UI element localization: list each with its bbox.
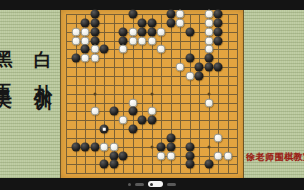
go-board [60,10,244,178]
white-stone [81,36,90,45]
video-frame: 黑 王星昊 白 朴永训 徐老师围棋教室 [0,0,304,190]
black-stone [128,10,137,19]
black-stone [128,107,137,116]
black-stone [71,142,80,151]
white-stone [81,27,90,36]
black-stone [119,36,128,45]
black-stone [109,160,118,169]
black-stone [100,160,109,169]
black-stone [128,125,137,134]
white-stone [157,45,166,54]
black-stone [195,71,204,80]
black-stone [166,133,175,142]
lesson-content: 黑 王星昊 白 朴永训 徐老师围棋教室 [0,10,304,178]
white-stone [128,98,137,107]
white-stone [119,45,128,54]
white-stone [176,10,185,19]
black-stone [195,63,204,72]
black-stone [214,63,223,72]
star-point [207,92,210,95]
black-stone [100,125,109,134]
black-stone [147,27,156,36]
progress-pill[interactable] [148,181,163,187]
black-stone [138,116,147,125]
black-stone [90,142,99,151]
white-stone [204,45,213,54]
black-stone [147,116,156,125]
white-stone [223,151,232,160]
white-stone [138,36,147,45]
player-names-panel: 黑 王星昊 白 朴永训 [0,10,60,178]
black-stone [204,54,213,63]
white-stone [166,151,175,160]
white-stone [81,54,90,63]
progress-dot-icon [150,183,153,186]
black-stone [204,63,213,72]
black-stone [90,27,99,36]
star-point [150,145,153,148]
white-stone [176,63,185,72]
black-stone [214,10,223,19]
control-label-left [135,183,144,186]
letterbox-top [0,0,304,10]
white-stone [71,36,80,45]
black-stone [109,151,118,160]
black-stone [185,142,194,151]
player-control-bar[interactable] [0,178,304,190]
white-stone [214,133,223,142]
white-stone [147,36,156,45]
star-point [207,145,210,148]
black-stone [157,142,166,151]
black-stone [100,45,109,54]
star-point [150,92,153,95]
playback-controls[interactable] [0,178,304,190]
white-stone [204,98,213,107]
white-stone [90,54,99,63]
black-stone [185,27,194,36]
white-name: 朴永训 [33,69,53,81]
white-stone [90,45,99,54]
white-stone [128,36,137,45]
black-stone [119,151,128,160]
white-stone [204,10,213,19]
black-stone [214,18,223,27]
last-move-marker [102,127,106,131]
black-stone [185,54,194,63]
white-stone [204,27,213,36]
black-stone [166,142,175,151]
black-stone [166,18,175,27]
white-stone [185,71,194,80]
black-stone [185,151,194,160]
white-stone [128,27,137,36]
watermark-text: 徐老师围棋教室 [246,151,304,164]
black-stone [71,54,80,63]
control-label-right [167,183,176,186]
black-stone [214,27,223,36]
black-label: 黑 [0,36,13,40]
white-stone [204,36,213,45]
white-stone [204,18,213,27]
star-point [93,92,96,95]
white-stone [119,116,128,125]
black-player-name: 黑 王星昊 [0,36,14,81]
white-stone [90,107,99,116]
white-stone [100,142,109,151]
white-stone [147,107,156,116]
black-name: 王星昊 [0,69,13,81]
black-stone [90,36,99,45]
black-stone [138,27,147,36]
white-stone [157,27,166,36]
black-stone [81,45,90,54]
white-label: 白 [33,36,53,40]
black-stone [214,36,223,45]
black-stone [185,160,194,169]
black-stone [138,18,147,27]
black-stone [90,18,99,27]
black-stone [119,27,128,36]
white-stone [157,151,166,160]
black-stone [147,18,156,27]
black-stone [204,160,213,169]
control-icon-left[interactable] [128,183,131,186]
black-stone [81,18,90,27]
black-stone [109,107,118,116]
white-stone [214,151,223,160]
black-stone [81,142,90,151]
black-stone [166,10,175,19]
white-stone [176,18,185,27]
black-stone [90,10,99,19]
go-board-grid [66,14,238,174]
white-stone [109,142,118,151]
white-player-name: 白 朴永训 [32,36,54,81]
side-panel: 徐老师围棋教室 [244,10,304,178]
white-stone [71,27,80,36]
